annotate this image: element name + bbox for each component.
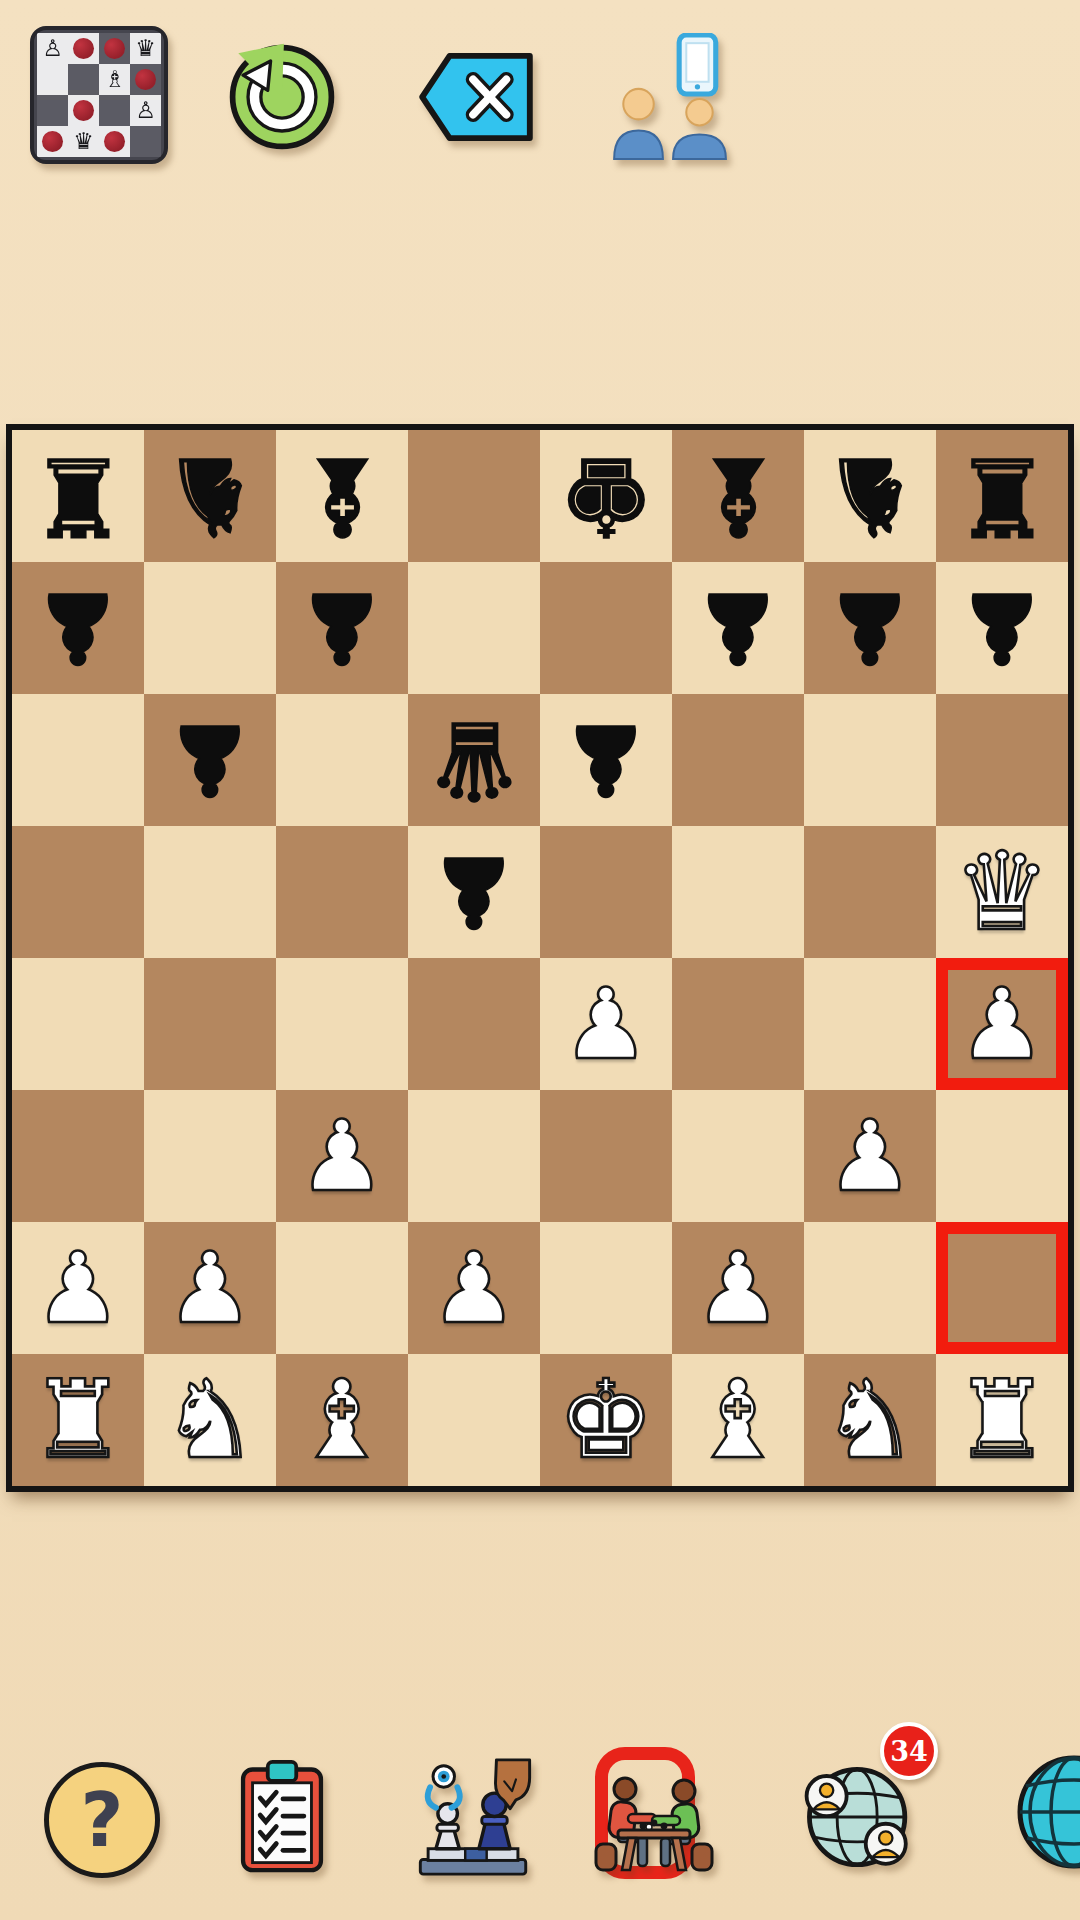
square-b4[interactable] [144,958,276,1090]
badge-count: 34 [890,1736,928,1767]
square-g5[interactable] [804,826,936,958]
chess-app-screen: { "game": "chess", "app": { "background_… [0,0,1080,1920]
square-h1[interactable]: ♜ [936,1354,1068,1486]
square-b8[interactable]: ♞ [144,430,276,562]
square-c7[interactable]: ♟ [276,562,408,694]
square-e7[interactable] [540,562,672,694]
black-pawn[interactable]: ♟ [430,843,518,941]
square-h2[interactable] [936,1222,1068,1354]
black-pawn[interactable]: ♟ [562,711,650,809]
miniboard-cell [99,95,130,126]
white-pawn[interactable]: ♟ [166,1239,254,1337]
miniboard-cell [68,95,99,126]
white-pawn[interactable]: ♟ [562,975,650,1073]
square-b3[interactable] [144,1090,276,1222]
square-c5[interactable] [276,826,408,958]
square-e6[interactable]: ♟ [540,694,672,826]
checker-disc [104,38,125,59]
chess-board[interactable]: ♜♞♝♚♝♞♜♟♟♟♟♟♟♛♟♟♛♟♟♟♟♟♟♟♟♜♞♝♚♝♞♜ [6,424,1074,1492]
miniboard-cell: ♗ [99,64,130,95]
checker-disc [73,100,94,121]
help-icon[interactable]: ? [44,1762,160,1878]
square-f6[interactable] [672,694,804,826]
stool [596,1844,616,1870]
square-a6[interactable] [12,694,144,826]
white-pawn[interactable]: ♟ [958,975,1046,1073]
checker-disc [73,38,94,59]
black-rook[interactable]: ♜ [30,442,127,550]
restart-icon[interactable] [225,40,339,154]
notification-badge: 34 [880,1722,938,1780]
person-body [673,135,726,159]
square-g2[interactable] [804,1222,936,1354]
square-c2[interactable] [276,1222,408,1354]
person-head [623,89,653,119]
person-head [686,99,712,125]
player-badge [866,1824,906,1864]
square-c1[interactable]: ♝ [276,1354,408,1486]
square-b7[interactable] [144,562,276,694]
white-queen[interactable]: ♛ [954,838,1051,946]
miniboard-cell [99,126,130,157]
pass-and-play-icon[interactable] [608,33,730,160]
square-a5[interactable] [12,826,144,958]
square-d6[interactable]: ♛ [408,694,540,826]
miniboard-cell [68,33,99,64]
square-f5[interactable] [672,826,804,958]
white-rook[interactable]: ♜ [954,1366,1051,1474]
black-knight[interactable]: ♞ [162,442,259,550]
square-a2[interactable]: ♟ [12,1222,144,1354]
question-mark-glyph: ? [81,1777,124,1863]
square-h4[interactable]: ♟ [936,958,1068,1090]
square-h5[interactable]: ♛ [936,826,1068,958]
square-f1[interactable]: ♝ [672,1354,804,1486]
local-two-player-icon[interactable] [588,1752,720,1878]
square-f2[interactable]: ♟ [672,1222,804,1354]
white-bishop[interactable]: ♝ [690,1366,787,1474]
square-d5[interactable]: ♟ [408,826,540,958]
miniboard-cell [68,64,99,95]
square-c3[interactable]: ♟ [276,1090,408,1222]
black-rook[interactable]: ♜ [954,442,1051,550]
square-h6[interactable] [936,694,1068,826]
miniboard-cell [37,64,68,95]
square-a7[interactable]: ♟ [12,562,144,694]
backspace-delete-icon[interactable] [416,52,538,142]
square-h3[interactable] [936,1090,1068,1222]
square-a8[interactable]: ♜ [12,430,144,562]
square-c4[interactable] [276,958,408,1090]
square-h7[interactable]: ♟ [936,562,1068,694]
square-e3[interactable] [540,1090,672,1222]
miniboard-cell: ♙ [37,33,68,64]
white-pawn[interactable]: ♟ [694,1239,782,1337]
board-setup-icon[interactable]: ♙♛♗♙♛ [30,26,168,164]
square-d8[interactable] [408,430,540,562]
square-f7[interactable]: ♟ [672,562,804,694]
square-e5[interactable] [540,826,672,958]
square-c6[interactable] [276,694,408,826]
game-list-icon[interactable] [239,1760,325,1874]
white-rook[interactable]: ♜ [30,1366,127,1474]
square-f4[interactable] [672,958,804,1090]
square-g4[interactable] [804,958,936,1090]
white-bishop[interactable]: ♝ [294,1366,391,1474]
square-g1[interactable]: ♞ [804,1354,936,1486]
black-pawn[interactable]: ♟ [166,711,254,809]
miniboard-cell [37,126,68,157]
square-c8[interactable]: ♝ [276,430,408,562]
miniboard-cell [130,126,161,157]
miniboard-cell [37,95,68,126]
person-body [614,131,663,159]
square-g6[interactable] [804,694,936,826]
black-pawn[interactable]: ♟ [694,579,782,677]
black-pawn[interactable]: ♟ [34,579,122,677]
white-pawn[interactable]: ♟ [34,1239,122,1337]
white-pawn[interactable]: ♟ [430,1239,518,1337]
black-king[interactable]: ♚ [558,442,655,550]
black-pawn[interactable]: ♟ [958,579,1046,677]
black-knight[interactable]: ♞ [822,442,919,550]
checker-disc [42,131,63,152]
square-e8[interactable]: ♚ [540,430,672,562]
square-g7[interactable]: ♟ [804,562,936,694]
square-d4[interactable] [408,958,540,1090]
black-bishop[interactable]: ♝ [294,442,391,550]
white-king[interactable]: ♚ [558,1366,655,1474]
square-d7[interactable] [408,562,540,694]
square-f3[interactable] [672,1090,804,1222]
white-pawn[interactable]: ♟ [298,1107,386,1205]
square-d1[interactable] [408,1354,540,1486]
square-b6[interactable]: ♟ [144,694,276,826]
miniboard-cell [99,33,130,64]
square-a4[interactable] [12,958,144,1090]
square-e1[interactable]: ♚ [540,1354,672,1486]
square-e4[interactable]: ♟ [540,958,672,1090]
square-a1[interactable]: ♜ [12,1354,144,1486]
checker-disc [135,69,156,90]
square-b1[interactable]: ♞ [144,1354,276,1486]
black-pawn[interactable]: ♟ [826,579,914,677]
miniboard-cell: ♙ [130,95,161,126]
black-queen[interactable]: ♛ [426,706,523,814]
checker-disc [104,131,125,152]
square-b2[interactable]: ♟ [144,1222,276,1354]
square-b5[interactable] [144,826,276,958]
miniboard-cell: ♛ [130,33,161,64]
stool [692,1844,712,1870]
square-h8[interactable]: ♜ [936,430,1068,562]
square-g3[interactable]: ♟ [804,1090,936,1222]
square-f8[interactable]: ♝ [672,430,804,562]
square-a3[interactable] [12,1090,144,1222]
world-icon[interactable] [1014,1750,1080,1880]
square-e2[interactable] [540,1222,672,1354]
player-badge [807,1776,847,1816]
human-vs-computer-icon[interactable] [410,1756,538,1878]
miniboard-cell: ♛ [68,126,99,157]
white-knight[interactable]: ♞ [822,1366,919,1474]
square-d3[interactable] [408,1090,540,1222]
square-g8[interactable]: ♞ [804,430,936,562]
square-d2[interactable]: ♟ [408,1222,540,1354]
clipboard-clip [268,1762,297,1781]
black-bishop[interactable]: ♝ [690,442,787,550]
black-pawn[interactable]: ♟ [298,579,386,677]
miniboard-cell [130,64,161,95]
white-pawn[interactable]: ♟ [826,1107,914,1205]
robot-claw [428,1766,460,1808]
white-knight[interactable]: ♞ [162,1366,259,1474]
